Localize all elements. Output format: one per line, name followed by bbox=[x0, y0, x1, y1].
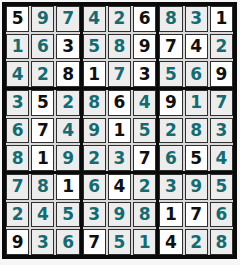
cell-r9c7[interactable]: 4 bbox=[159, 229, 182, 255]
cell-r7c4[interactable]: 6 bbox=[83, 174, 106, 200]
cell-r8c8[interactable]: 7 bbox=[185, 202, 208, 228]
cell-r8c1[interactable]: 2 bbox=[6, 202, 29, 228]
cell-r2c1[interactable]: 1 bbox=[6, 34, 29, 60]
cell-r4c5[interactable]: 6 bbox=[108, 90, 131, 116]
cell-r5c1[interactable]: 6 bbox=[6, 118, 29, 144]
cell-r6c3[interactable]: 9 bbox=[56, 145, 79, 171]
cell-r1c5[interactable]: 2 bbox=[108, 6, 131, 32]
cell-r6c2[interactable]: 1 bbox=[31, 145, 54, 171]
cell-r2c6[interactable]: 9 bbox=[133, 34, 156, 60]
cell-r7c9[interactable]: 5 bbox=[210, 174, 233, 200]
cell-r7c8[interactable]: 9 bbox=[185, 174, 208, 200]
box-3: 831742569 bbox=[159, 6, 233, 87]
cell-r8c2[interactable]: 4 bbox=[31, 202, 54, 228]
cell-r6c6[interactable]: 7 bbox=[133, 145, 156, 171]
box-7: 781245936 bbox=[6, 174, 80, 255]
cell-r7c1[interactable]: 7 bbox=[6, 174, 29, 200]
cell-r4c7[interactable]: 9 bbox=[159, 90, 182, 116]
cell-r9c6[interactable]: 1 bbox=[133, 229, 156, 255]
cell-r7c5[interactable]: 4 bbox=[108, 174, 131, 200]
cell-r3c5[interactable]: 7 bbox=[108, 61, 131, 87]
cell-r6c1[interactable]: 8 bbox=[6, 145, 29, 171]
box-5: 864915237 bbox=[83, 90, 157, 171]
cell-r4c1[interactable]: 3 bbox=[6, 90, 29, 116]
cell-r2c8[interactable]: 4 bbox=[185, 34, 208, 60]
cell-r4c6[interactable]: 4 bbox=[133, 90, 156, 116]
cell-r5c5[interactable]: 1 bbox=[108, 118, 131, 144]
cell-r1c3[interactable]: 7 bbox=[56, 6, 79, 32]
cell-r3c2[interactable]: 2 bbox=[31, 61, 54, 87]
cell-r5c7[interactable]: 2 bbox=[159, 118, 182, 144]
cell-r8c7[interactable]: 1 bbox=[159, 202, 182, 228]
cell-r1c4[interactable]: 4 bbox=[83, 6, 106, 32]
cell-r1c1[interactable]: 5 bbox=[6, 6, 29, 32]
cell-r8c4[interactable]: 3 bbox=[83, 202, 106, 228]
cell-r8c9[interactable]: 6 bbox=[210, 202, 233, 228]
cell-r3c1[interactable]: 4 bbox=[6, 61, 29, 87]
cell-r5c3[interactable]: 4 bbox=[56, 118, 79, 144]
cell-r9c2[interactable]: 3 bbox=[31, 229, 54, 255]
box-2: 426589173 bbox=[83, 6, 157, 87]
cell-r4c8[interactable]: 1 bbox=[185, 90, 208, 116]
cell-r1c7[interactable]: 8 bbox=[159, 6, 182, 32]
cell-r9c9[interactable]: 8 bbox=[210, 229, 233, 255]
cell-r3c6[interactable]: 3 bbox=[133, 61, 156, 87]
cell-r9c3[interactable]: 6 bbox=[56, 229, 79, 255]
box-6: 917283654 bbox=[159, 90, 233, 171]
cell-r9c8[interactable]: 2 bbox=[185, 229, 208, 255]
sudoku-page: 5971634284265891738317425693526748198649… bbox=[0, 0, 240, 265]
cell-r7c6[interactable]: 2 bbox=[133, 174, 156, 200]
cell-r2c7[interactable]: 7 bbox=[159, 34, 182, 60]
cell-r6c4[interactable]: 2 bbox=[83, 145, 106, 171]
cell-r6c5[interactable]: 3 bbox=[108, 145, 131, 171]
box-9: 395176428 bbox=[159, 174, 233, 255]
cell-r7c2[interactable]: 8 bbox=[31, 174, 54, 200]
cell-r5c8[interactable]: 8 bbox=[185, 118, 208, 144]
cell-r4c3[interactable]: 2 bbox=[56, 90, 79, 116]
cell-r6c7[interactable]: 6 bbox=[159, 145, 182, 171]
cell-r2c2[interactable]: 6 bbox=[31, 34, 54, 60]
cell-r1c6[interactable]: 6 bbox=[133, 6, 156, 32]
cell-r4c9[interactable]: 7 bbox=[210, 90, 233, 116]
cell-r9c4[interactable]: 7 bbox=[83, 229, 106, 255]
cell-r8c5[interactable]: 9 bbox=[108, 202, 131, 228]
cell-r5c6[interactable]: 5 bbox=[133, 118, 156, 144]
cell-r3c8[interactable]: 6 bbox=[185, 61, 208, 87]
cell-r7c3[interactable]: 1 bbox=[56, 174, 79, 200]
cell-r2c5[interactable]: 8 bbox=[108, 34, 131, 60]
cell-r4c4[interactable]: 8 bbox=[83, 90, 106, 116]
cell-r3c4[interactable]: 1 bbox=[83, 61, 106, 87]
sudoku-board: 5971634284265891738317425693526748198649… bbox=[2, 2, 237, 259]
box-1: 597163428 bbox=[6, 6, 80, 87]
cell-r2c9[interactable]: 2 bbox=[210, 34, 233, 60]
cell-r6c8[interactable]: 5 bbox=[185, 145, 208, 171]
cell-r7c7[interactable]: 3 bbox=[159, 174, 182, 200]
cell-r1c9[interactable]: 1 bbox=[210, 6, 233, 32]
cell-r1c2[interactable]: 9 bbox=[31, 6, 54, 32]
cell-r9c5[interactable]: 5 bbox=[108, 229, 131, 255]
cell-r2c3[interactable]: 3 bbox=[56, 34, 79, 60]
cell-r1c8[interactable]: 3 bbox=[185, 6, 208, 32]
cell-r3c9[interactable]: 9 bbox=[210, 61, 233, 87]
cell-r5c9[interactable]: 3 bbox=[210, 118, 233, 144]
cell-r3c3[interactable]: 8 bbox=[56, 61, 79, 87]
cell-r8c6[interactable]: 8 bbox=[133, 202, 156, 228]
cell-r2c4[interactable]: 5 bbox=[83, 34, 106, 60]
cell-r6c9[interactable]: 4 bbox=[210, 145, 233, 171]
cell-r4c2[interactable]: 5 bbox=[31, 90, 54, 116]
cell-r5c2[interactable]: 7 bbox=[31, 118, 54, 144]
cell-r5c4[interactable]: 9 bbox=[83, 118, 106, 144]
cell-r8c3[interactable]: 5 bbox=[56, 202, 79, 228]
box-8: 642398751 bbox=[83, 174, 157, 255]
box-4: 352674819 bbox=[6, 90, 80, 171]
cell-r3c7[interactable]: 5 bbox=[159, 61, 182, 87]
cell-r9c1[interactable]: 9 bbox=[6, 229, 29, 255]
